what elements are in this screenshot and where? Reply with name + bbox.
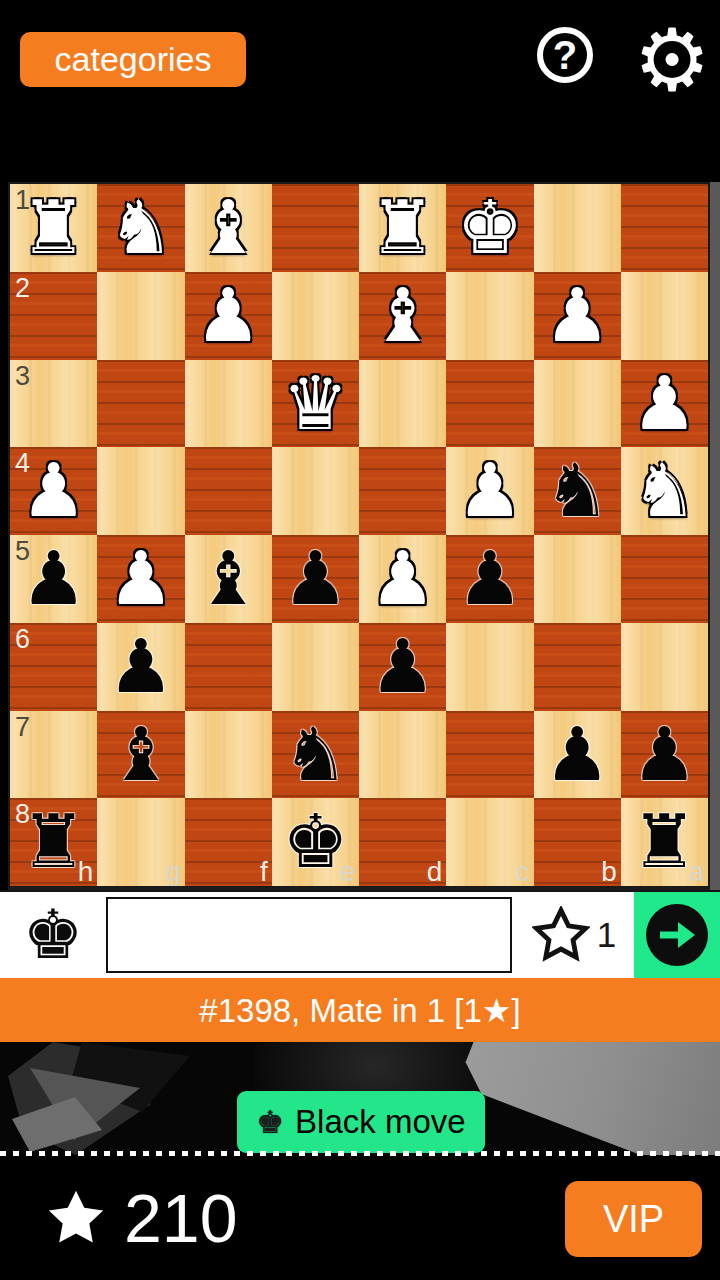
file-label-a: a [688, 856, 704, 886]
square-f5[interactable]: ♝ [185, 535, 272, 623]
square-a7[interactable]: ♟ [621, 711, 708, 799]
categories-button[interactable]: categories [20, 32, 246, 87]
score-group: 210 [44, 1156, 237, 1280]
white-pawn: ♟ [359, 535, 446, 623]
square-h1[interactable]: ♜1 [10, 184, 97, 272]
question-mark-glyph: ? [553, 35, 577, 75]
square-b8[interactable]: b [534, 798, 621, 886]
black-king-icon: ♚ [23, 901, 84, 969]
top-bar: categories ? ⚙ [0, 0, 720, 182]
square-e1[interactable] [272, 184, 359, 272]
square-c5[interactable]: ♟ [446, 535, 533, 623]
rank-label-2: 2 [15, 273, 30, 304]
white-knight: ♞ [97, 184, 184, 272]
square-b6[interactable] [534, 623, 621, 711]
photo-grey-area [455, 1042, 720, 1155]
white-bishop: ♝ [359, 272, 446, 360]
square-a5[interactable] [621, 535, 708, 623]
square-d1[interactable]: ♜ [359, 184, 446, 272]
white-pawn: ♟ [97, 535, 184, 623]
star-score: 210 [124, 1184, 237, 1252]
square-f3[interactable] [185, 360, 272, 448]
square-c2[interactable] [446, 272, 533, 360]
puzzle-star-rating: 1 [514, 892, 634, 978]
white-pawn: ♟ [534, 272, 621, 360]
star-filled-icon [44, 1186, 108, 1250]
file-label-c: c [516, 856, 530, 886]
black-pawn: ♟ [272, 535, 359, 623]
file-label-h: h [78, 856, 94, 886]
white-king: ♚ [446, 184, 533, 272]
move-input-box[interactable] [106, 897, 512, 973]
vip-button[interactable]: VIP [565, 1181, 702, 1257]
square-f8[interactable]: f [185, 798, 272, 886]
black-knight: ♞ [272, 711, 359, 799]
black-pawn: ♟ [97, 623, 184, 711]
black-pawn: ♟ [359, 623, 446, 711]
square-g3[interactable] [97, 360, 184, 448]
square-d2[interactable]: ♝ [359, 272, 446, 360]
puzzle-info-bar: #1398, Mate in 1 [1★] [0, 978, 720, 1042]
square-c1[interactable]: ♚ [446, 184, 533, 272]
black-move-label: Black move [295, 1103, 466, 1141]
square-e7[interactable]: ♞ [272, 711, 359, 799]
square-c6[interactable] [446, 623, 533, 711]
square-a6[interactable] [621, 623, 708, 711]
square-c3[interactable] [446, 360, 533, 448]
black-pawn: ♟ [621, 711, 708, 799]
file-label-g: g [165, 856, 181, 886]
rank-label-6: 6 [15, 624, 30, 655]
square-d3[interactable] [359, 360, 446, 448]
square-g5[interactable]: ♟ [97, 535, 184, 623]
square-d4[interactable] [359, 447, 446, 535]
square-a4[interactable]: ♞ [621, 447, 708, 535]
square-h8[interactable]: ♜8h [10, 798, 97, 886]
file-label-e: e [339, 856, 355, 886]
square-g7[interactable]: ♝ [97, 711, 184, 799]
star-count: 1 [597, 915, 616, 955]
square-d6[interactable]: ♟ [359, 623, 446, 711]
square-f1[interactable]: ♝ [185, 184, 272, 272]
white-pawn: ♟ [621, 360, 708, 448]
square-a1[interactable] [621, 184, 708, 272]
rank-label-3: 3 [15, 361, 30, 392]
square-e3[interactable]: ♛ [272, 360, 359, 448]
square-h3[interactable]: 3 [10, 360, 97, 448]
black-pawn: ♟ [446, 535, 533, 623]
square-c8[interactable]: c [446, 798, 533, 886]
white-queen: ♛ [272, 360, 359, 448]
square-h4[interactable]: ♟4 [10, 447, 97, 535]
white-rook: ♜ [359, 184, 446, 272]
square-e8[interactable]: ♚e [272, 798, 359, 886]
square-a8[interactable]: ♜a [621, 798, 708, 886]
white-knight: ♞ [621, 447, 708, 535]
square-c7[interactable] [446, 711, 533, 799]
rank-label-7: 7 [15, 712, 30, 743]
bottom-bar: 210 VIP [0, 1156, 720, 1280]
square-h6[interactable]: 6 [10, 623, 97, 711]
square-e6[interactable] [272, 623, 359, 711]
chess-board[interactable]: ♜1♞♝♜♚2♟♝♟3♛♟♟4♟♞♞♟5♟♝♟♟♟6♟♟7♝♞♟♟♜8hgf♚e… [10, 184, 708, 886]
move-bar: ♚ 1 [0, 890, 720, 978]
square-e4[interactable] [272, 447, 359, 535]
black-bishop: ♝ [185, 535, 272, 623]
square-d5[interactable]: ♟ [359, 535, 446, 623]
puzzle-title: #1398, Mate in 1 [1★] [199, 991, 520, 1030]
square-c4[interactable]: ♟ [446, 447, 533, 535]
square-b4[interactable]: ♞ [534, 447, 621, 535]
square-f2[interactable]: ♟ [185, 272, 272, 360]
square-g4[interactable] [97, 447, 184, 535]
black-bishop: ♝ [97, 711, 184, 799]
square-d7[interactable] [359, 711, 446, 799]
square-a3[interactable]: ♟ [621, 360, 708, 448]
black-knight: ♞ [534, 447, 621, 535]
settings-gear-icon[interactable]: ⚙ [632, 12, 712, 108]
black-king-icon: ♚ [256, 1107, 284, 1138]
rank-label-1: 1 [15, 185, 30, 216]
app-screen: { "game": "chess", "position": { "fen": … [0, 0, 720, 1280]
square-g6[interactable]: ♟ [97, 623, 184, 711]
black-pawn: ♟ [534, 711, 621, 799]
board-frame: ♜1♞♝♜♚2♟♝♟3♛♟♟4♟♞♞♟5♟♝♟♟♟6♟♟7♝♞♟♟♜8hgf♚e… [8, 182, 720, 890]
file-label-f: f [260, 856, 268, 886]
photo-banner: ♚ Black move [0, 1042, 720, 1155]
turn-indicator: ♚ [0, 892, 106, 978]
square-f6[interactable] [185, 623, 272, 711]
square-h7[interactable]: 7 [10, 711, 97, 799]
white-pawn: ♟ [185, 272, 272, 360]
white-bishop: ♝ [185, 184, 272, 272]
square-h5[interactable]: ♟5 [10, 535, 97, 623]
board-edge-strip [708, 182, 720, 890]
black-move-button[interactable]: ♚ Black move [237, 1091, 485, 1153]
white-pawn: ♟ [446, 447, 533, 535]
help-icon[interactable]: ? [537, 27, 593, 83]
rank-label-4: 4 [15, 448, 30, 479]
square-g8[interactable]: g [97, 798, 184, 886]
square-f4[interactable] [185, 447, 272, 535]
rank-label-5: 5 [15, 536, 30, 567]
square-a2[interactable] [621, 272, 708, 360]
square-e5[interactable]: ♟ [272, 535, 359, 623]
dashed-divider [0, 1151, 720, 1156]
next-puzzle-button[interactable] [634, 892, 720, 978]
arrow-right-icon [646, 904, 708, 966]
square-g1[interactable]: ♞ [97, 184, 184, 272]
square-b7[interactable]: ♟ [534, 711, 621, 799]
file-label-b: b [601, 856, 617, 886]
square-d8[interactable]: d [359, 798, 446, 886]
square-b3[interactable] [534, 360, 621, 448]
square-h2[interactable]: 2 [10, 272, 97, 360]
square-g2[interactable] [97, 272, 184, 360]
square-b1[interactable] [534, 184, 621, 272]
star-outline-icon [532, 906, 590, 964]
square-f7[interactable] [185, 711, 272, 799]
file-label-d: d [427, 856, 443, 886]
square-b2[interactable]: ♟ [534, 272, 621, 360]
rank-label-8: 8 [15, 799, 30, 830]
square-b5[interactable] [534, 535, 621, 623]
square-e2[interactable] [272, 272, 359, 360]
